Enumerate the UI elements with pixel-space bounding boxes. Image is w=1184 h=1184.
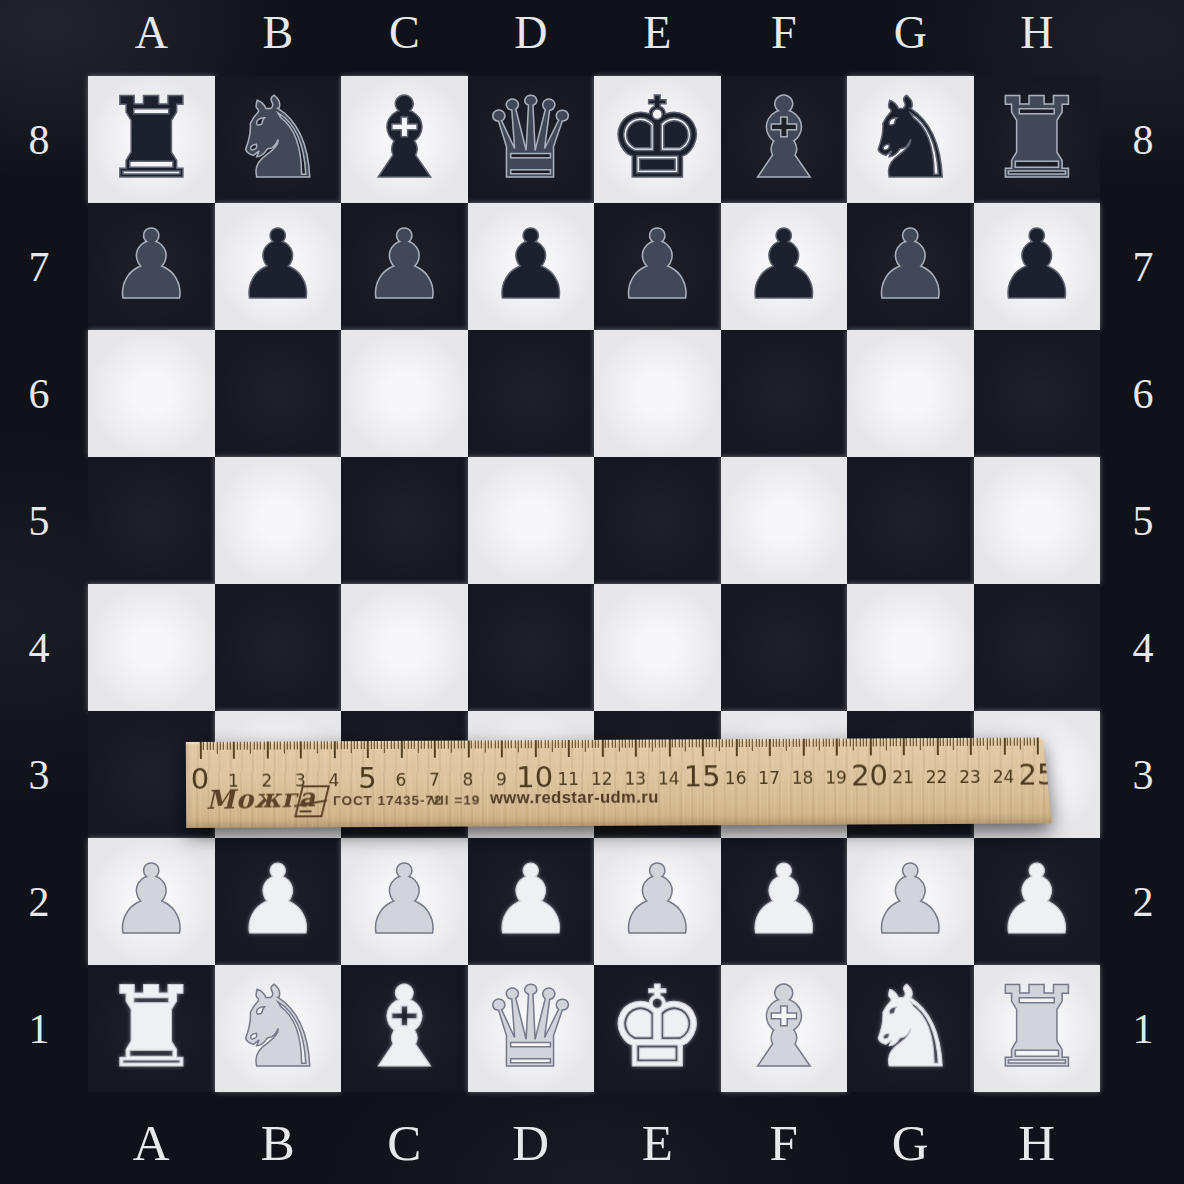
- ruler-tick: [575, 740, 576, 748]
- ruler-tick: [494, 740, 495, 748]
- ruler-tick: [715, 739, 716, 747]
- ruler-tick: [973, 738, 974, 746]
- ruler-tick: [906, 738, 907, 746]
- square-d8: ♛: [468, 76, 595, 203]
- ruler-tick: [1037, 738, 1039, 755]
- rank-label-left-7: 7: [0, 203, 78, 330]
- ruler-number-18: 18: [792, 768, 814, 788]
- ruler-number-4: 4: [328, 770, 339, 790]
- square-c4: [341, 584, 468, 711]
- ruler-tick: [665, 739, 666, 747]
- ruler-tick: [960, 738, 961, 746]
- ruler-tick: [538, 740, 539, 748]
- ruler-tick: [782, 739, 783, 747]
- ruler-tick: [230, 742, 231, 750]
- piece-black-pawn: ♟: [361, 217, 447, 313]
- ruler-tick: [314, 741, 315, 749]
- ruler-number-19: 19: [825, 768, 847, 788]
- ruler-tick: [273, 742, 274, 750]
- photo-scene: ABCDEFGH 87654321 87654321 ♜♞♝♛♚♝♞♜♟♟♟♟♟…: [0, 0, 1184, 1184]
- piece-black-pawn: ♟: [235, 217, 321, 313]
- ruler-number-5: 5: [358, 761, 377, 795]
- rank-label-right-7: 7: [1104, 203, 1182, 330]
- ruler-tick: [990, 738, 991, 746]
- rank-label-right-2: 2: [1104, 838, 1182, 965]
- ruler-tick: [210, 742, 211, 750]
- ruler-number-22: 22: [926, 767, 948, 787]
- ruler-number-6: 6: [395, 770, 406, 790]
- square-b1: ♞: [215, 965, 342, 1092]
- ruler-tick: [672, 739, 673, 747]
- rank-labels-right: 87654321: [1104, 76, 1182, 1092]
- ruler-tick: [518, 740, 519, 752]
- ruler-tick: [595, 740, 596, 748]
- ruler-tick: [290, 741, 291, 749]
- ruler-tick: [953, 738, 954, 750]
- ruler-tick: [377, 741, 378, 749]
- ruler-tick: [367, 741, 369, 758]
- piece-black-knight: ♞: [228, 82, 328, 194]
- ruler-tick: [243, 742, 244, 750]
- ruler-body: 0123456789101112131415161718192021222324…: [186, 737, 1052, 828]
- rank-label-right-1: 1: [1104, 965, 1182, 1092]
- ruler-tick: [324, 741, 325, 749]
- file-label-bottom-g: G: [847, 1106, 974, 1180]
- ruler-tick: [876, 738, 877, 746]
- square-h8: ♜: [974, 76, 1101, 203]
- ruler-tick: [779, 739, 780, 747]
- square-f4: [721, 584, 848, 711]
- ruler-tick: [658, 740, 659, 748]
- ruler-tick: [762, 739, 763, 747]
- ruler-tick: [381, 741, 382, 749]
- ruler-tick: [424, 741, 425, 749]
- ruler-tick: [227, 742, 228, 750]
- square-e4: [594, 584, 721, 711]
- ruler-tick: [270, 742, 271, 750]
- ruler-number-11: 11: [557, 769, 579, 789]
- ruler-tick: [521, 740, 522, 748]
- square-a5: [88, 457, 215, 584]
- ruler-tick: [920, 738, 921, 750]
- ruler-tick: [766, 739, 767, 747]
- file-label-top-c: C: [341, 2, 468, 64]
- ruler-tick: [1000, 738, 1001, 746]
- square-d4: [468, 584, 595, 711]
- ruler-number-9: 9: [496, 769, 507, 789]
- ruler-tick: [976, 738, 977, 746]
- wooden-ruler: 0123456789101112131415161718192021222324…: [186, 737, 1052, 828]
- ruler-tick: [826, 739, 827, 747]
- ruler-tick: [260, 742, 261, 750]
- file-label-top-f: F: [721, 2, 848, 64]
- ruler-number-8: 8: [462, 769, 473, 789]
- square-b7: ♟: [215, 203, 342, 330]
- ruler-tick: [638, 740, 639, 748]
- ruler-tick: [829, 739, 830, 747]
- ruler-tick: [535, 740, 537, 757]
- rank-label-left-4: 4: [0, 584, 78, 711]
- square-c7: ♟: [341, 203, 468, 330]
- ruler-tick: [571, 740, 572, 748]
- ruler-tick: [879, 738, 880, 746]
- ruler-tick: [310, 741, 311, 749]
- ruler-tick: [846, 739, 847, 747]
- ruler-tick: [772, 739, 773, 747]
- ruler-tick: [759, 739, 760, 747]
- ruler-tick: [250, 742, 251, 754]
- ruler-tick: [555, 740, 556, 748]
- ruler-tick: [384, 741, 385, 753]
- piece-black-king: ♚: [607, 82, 707, 194]
- ruler-tick: [709, 739, 710, 747]
- ruler-tick: [725, 739, 726, 747]
- square-a1: ♜: [88, 965, 215, 1092]
- rank-label-right-6: 6: [1104, 330, 1182, 457]
- rank-label-right-3: 3: [1104, 711, 1182, 838]
- ruler-tick: [963, 738, 964, 746]
- ruler-tick: [585, 740, 586, 752]
- ruler-tick: [545, 740, 546, 748]
- square-f2: ♟: [721, 838, 848, 965]
- square-g7: ♟: [847, 203, 974, 330]
- piece-white-pawn: ♟: [235, 852, 321, 948]
- ruler-tick: [836, 739, 838, 756]
- ruler-tick: [401, 741, 403, 758]
- ruler-tick: [598, 740, 599, 748]
- ruler-tick: [233, 742, 235, 759]
- ruler-tick: [508, 740, 509, 748]
- ruler-tick: [769, 739, 771, 756]
- ruler-tick: [431, 741, 432, 749]
- file-label-bottom-d: D: [468, 1106, 595, 1180]
- ruler-tick: [893, 738, 894, 746]
- file-labels-top: ABCDEFGH: [88, 2, 1100, 64]
- ruler-number-20: 20: [851, 758, 888, 792]
- ruler-tick: [689, 739, 690, 747]
- ruler-number-24: 24: [993, 767, 1015, 787]
- rank-label-left-3: 3: [0, 711, 78, 838]
- ruler-tick: [843, 739, 844, 747]
- piece-black-knight: ♞: [860, 82, 960, 194]
- square-c1: ♝: [341, 965, 468, 1092]
- ruler-tick: [679, 739, 680, 747]
- rank-label-left-5: 5: [0, 457, 78, 584]
- square-h2: ♟: [974, 838, 1101, 965]
- ruler-number-7: 7: [429, 770, 440, 790]
- ruler-tick: [441, 741, 442, 749]
- rank-label-right-8: 8: [1104, 76, 1182, 203]
- file-label-top-g: G: [847, 2, 974, 64]
- piece-white-pawn: ♟: [867, 852, 953, 948]
- piece-black-rook: ♜: [987, 82, 1087, 194]
- ruler-tick: [394, 741, 395, 749]
- ruler-tick: [200, 742, 202, 759]
- ruler-tick: [247, 742, 248, 750]
- ruler-tick: [344, 741, 345, 749]
- ruler-tick: [531, 740, 532, 748]
- ruler-tick: [1027, 738, 1028, 746]
- ruler-tick: [481, 740, 482, 748]
- ruler-tick: [923, 738, 924, 746]
- ruler-tick: [956, 738, 957, 746]
- ruler-tick: [635, 740, 637, 757]
- ruler-tick: [702, 739, 704, 756]
- file-label-bottom-h: H: [974, 1106, 1101, 1180]
- file-label-bottom-c: C: [341, 1106, 468, 1180]
- ruler-tick: [839, 739, 840, 747]
- square-f5: [721, 457, 848, 584]
- piece-black-pawn: ♟: [741, 217, 827, 313]
- ruler-tick: [317, 741, 318, 753]
- ruler-tick: [565, 740, 566, 748]
- ruler-tick: [525, 740, 526, 748]
- square-a7: ♟: [88, 203, 215, 330]
- square-b6: [215, 330, 342, 457]
- ruler-tick: [558, 740, 559, 748]
- ruler-tick: [360, 741, 361, 749]
- ruler-tick: [217, 742, 218, 754]
- ruler-tick: [799, 739, 800, 747]
- ruler-tick: [203, 742, 204, 750]
- ruler-tick: [287, 741, 288, 749]
- ruler-tick: [374, 741, 375, 749]
- ruler-tick: [863, 738, 864, 746]
- ruler-tick: [1007, 738, 1008, 746]
- square-c2: ♟: [341, 838, 468, 965]
- ruler-tick: [946, 738, 947, 746]
- ruler-tick: [682, 739, 683, 747]
- ruler-tick: [561, 740, 562, 748]
- ruler-tick: [883, 738, 884, 746]
- ruler-tick: [307, 741, 308, 749]
- ruler-tick: [354, 741, 355, 749]
- piece-white-pawn: ♟: [361, 852, 447, 948]
- square-a8: ♜: [88, 76, 215, 203]
- piece-white-queen: ♛: [481, 971, 581, 1083]
- ruler-tick: [541, 740, 542, 748]
- piece-black-bishop: ♝: [734, 82, 834, 194]
- ruler-tick: [756, 739, 757, 747]
- file-label-bottom-e: E: [594, 1106, 721, 1180]
- piece-white-rook: ♜: [101, 971, 201, 1083]
- ruler-tick: [387, 741, 388, 749]
- ruler-tick: [451, 741, 452, 753]
- piece-black-queen: ♛: [481, 82, 581, 194]
- ruler-tick: [776, 739, 777, 747]
- ruler-tick: [622, 740, 623, 748]
- ruler-tick: [411, 741, 412, 749]
- ruler-tick: [334, 741, 336, 758]
- ruler-tick: [427, 741, 428, 749]
- ruler-tick: [578, 740, 579, 748]
- piece-white-knight: ♞: [860, 971, 960, 1083]
- piece-black-pawn: ♟: [108, 217, 194, 313]
- ruler-number-14: 14: [658, 768, 680, 788]
- square-c5: [341, 457, 468, 584]
- ruler-tick: [330, 741, 331, 749]
- ruler-tick: [849, 739, 850, 747]
- ruler-tick: [320, 741, 321, 749]
- ruler-tick: [899, 738, 900, 746]
- ruler-tick: [347, 741, 348, 749]
- ruler-tick: [568, 740, 570, 757]
- piece-black-pawn: ♟: [994, 217, 1080, 313]
- ruler-tick: [699, 739, 700, 747]
- chess-board: ♜♞♝♛♚♝♞♜♟♟♟♟♟♟♟♟♟♟♟♟♟♟♟♟♜♞♝♛♚♝♞♜: [88, 76, 1100, 1092]
- ruler-tick: [806, 739, 807, 747]
- ruler-tick: [1003, 738, 1005, 755]
- ruler-tick: [735, 739, 737, 756]
- square-g6: [847, 330, 974, 457]
- ruler-tick: [692, 739, 693, 747]
- ruler-tick: [337, 741, 338, 749]
- ruler-tick: [833, 739, 834, 747]
- ruler-tick: [685, 739, 686, 751]
- square-b8: ♞: [215, 76, 342, 203]
- ruler-tick: [294, 741, 295, 749]
- ruler-tick: [712, 739, 713, 747]
- ruler-tick: [448, 741, 449, 749]
- square-c6: [341, 330, 468, 457]
- ruler-tick: [943, 738, 944, 746]
- ruler-tick: [786, 739, 787, 751]
- ruler-tick: [910, 738, 911, 746]
- square-g5: [847, 457, 974, 584]
- ruler-tick: [913, 738, 914, 746]
- ruler-tick: [625, 740, 626, 748]
- square-g4: [847, 584, 974, 711]
- ruler-tick: [859, 738, 860, 746]
- ruler-tick: [722, 739, 723, 747]
- ruler-tick: [528, 740, 529, 748]
- ruler-tick: [608, 740, 609, 748]
- ruler-tick: [903, 738, 905, 755]
- ruler-tick: [263, 742, 264, 750]
- square-d2: ♟: [468, 838, 595, 965]
- square-a2: ♟: [88, 838, 215, 965]
- ruler-tick: [404, 741, 405, 749]
- ruler-tick: [437, 741, 438, 749]
- rank-label-right-5: 5: [1104, 457, 1182, 584]
- ruler-tick: [223, 742, 224, 750]
- ruler-tick: [471, 741, 472, 749]
- ruler-tick: [869, 738, 871, 755]
- square-f1: ♝: [721, 965, 848, 1092]
- ruler-gost-standard: ГОСТ 17435-72: [333, 793, 443, 809]
- ruler-tick: [940, 738, 941, 746]
- ruler-date-code: VII =19: [430, 792, 480, 807]
- ruler-number-13: 13: [624, 769, 646, 789]
- ruler-number-16: 16: [725, 768, 747, 788]
- ruler-tick: [444, 741, 445, 749]
- ruler-tick: [749, 739, 750, 747]
- square-f7: ♟: [721, 203, 848, 330]
- square-h5: [974, 457, 1101, 584]
- square-b4: [215, 584, 342, 711]
- ruler-tick: [729, 739, 730, 747]
- square-g2: ♟: [847, 838, 974, 965]
- ruler-tick: [987, 738, 988, 750]
- file-label-top-d: D: [468, 2, 595, 64]
- ruler-tick: [548, 740, 549, 748]
- ruler-tick: [819, 739, 820, 751]
- ruler-tick: [280, 742, 281, 750]
- square-b2: ♟: [215, 838, 342, 965]
- ruler-tick: [732, 739, 733, 747]
- square-a6: [88, 330, 215, 457]
- ruler-tick: [501, 740, 503, 757]
- piece-white-pawn: ♟: [614, 852, 700, 948]
- ruler-tick: [916, 738, 917, 746]
- ruler-tick: [873, 738, 874, 746]
- piece-white-bishop: ♝: [354, 971, 454, 1083]
- piece-white-pawn: ♟: [994, 852, 1080, 948]
- square-e2: ♟: [594, 838, 721, 965]
- ruler-tick: [414, 741, 415, 749]
- ruler-tick: [591, 740, 592, 748]
- ruler-tick: [1030, 738, 1031, 746]
- file-label-top-h: H: [974, 2, 1101, 64]
- ruler-tick: [1013, 738, 1014, 746]
- ruler-tick: [993, 738, 994, 746]
- piece-white-knight: ♞: [228, 971, 328, 1083]
- ruler-tick: [970, 738, 972, 755]
- square-e6: [594, 330, 721, 457]
- file-label-bottom-b: B: [215, 1106, 342, 1180]
- square-f6: [721, 330, 848, 457]
- ruler-tick: [822, 739, 823, 747]
- ruler-tick: [930, 738, 931, 746]
- piece-black-pawn: ♟: [867, 217, 953, 313]
- ruler-tick: [407, 741, 408, 749]
- ruler-tick: [719, 739, 720, 751]
- square-d7: ♟: [468, 203, 595, 330]
- ruler-tick: [642, 740, 643, 748]
- rank-label-left-1: 1: [0, 965, 78, 1092]
- rank-label-left-8: 8: [0, 76, 78, 203]
- piece-black-pawn: ♟: [488, 217, 574, 313]
- ruler-tick: [364, 741, 365, 749]
- rank-label-left-6: 6: [0, 330, 78, 457]
- ruler-tick: [615, 740, 616, 748]
- ruler-tick: [491, 740, 492, 748]
- ruler-tick: [866, 738, 867, 746]
- ruler-tick: [632, 740, 633, 748]
- ruler-tick: [745, 739, 746, 747]
- ruler-tick: [468, 741, 470, 758]
- ruler-tick: [421, 741, 422, 749]
- ruler-tick: [391, 741, 392, 749]
- file-label-bottom-a: A: [88, 1106, 215, 1180]
- piece-white-pawn: ♟: [741, 852, 827, 948]
- square-g8: ♞: [847, 76, 974, 203]
- file-label-bottom-f: F: [721, 1106, 848, 1180]
- ruler-tick: [853, 739, 854, 751]
- square-e8: ♚: [594, 76, 721, 203]
- ruler-tick: [618, 740, 619, 752]
- piece-white-pawn: ♟: [488, 852, 574, 948]
- ruler-tick: [464, 741, 465, 749]
- ruler-tick: [240, 742, 241, 750]
- square-d1: ♛: [468, 965, 595, 1092]
- ruler-tick: [277, 742, 278, 750]
- ruler-tick: [662, 740, 663, 748]
- ruler-tick: [220, 742, 221, 750]
- ruler-tick: [488, 740, 489, 748]
- square-e5: [594, 457, 721, 584]
- ruler-tick: [926, 738, 927, 746]
